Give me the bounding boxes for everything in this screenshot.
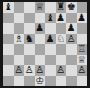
- square-a4[interactable]: [3, 44, 14, 55]
- white-pawn-icon[interactable]: ♙: [67, 34, 76, 45]
- square-f5[interactable]: ♘: [56, 34, 67, 45]
- white-pawn-icon[interactable]: ♙: [25, 65, 34, 76]
- square-e6[interactable]: [45, 23, 56, 34]
- square-d2[interactable]: ♙: [35, 65, 46, 76]
- square-d7[interactable]: [35, 13, 46, 24]
- square-a1[interactable]: [3, 76, 14, 87]
- square-b6[interactable]: [14, 23, 25, 34]
- black-bishop-icon[interactable]: ♝: [4, 2, 13, 13]
- square-b2[interactable]: ♙: [14, 65, 25, 76]
- square-c4[interactable]: [24, 44, 35, 55]
- square-a6[interactable]: [3, 23, 14, 34]
- square-g2[interactable]: [66, 65, 77, 76]
- square-h7[interactable]: ♟: [77, 13, 88, 24]
- square-f6[interactable]: [56, 23, 67, 34]
- square-e5[interactable]: ♟: [45, 34, 56, 45]
- square-g3[interactable]: [66, 55, 77, 66]
- square-d1[interactable]: ♔: [35, 76, 46, 87]
- square-h4[interactable]: ♖: [77, 44, 88, 55]
- white-king-icon[interactable]: ♔: [35, 76, 44, 87]
- black-rook-icon[interactable]: ♜: [56, 2, 65, 13]
- white-pawn-icon[interactable]: ♙: [56, 65, 65, 76]
- square-a5[interactable]: [3, 34, 14, 45]
- square-h5[interactable]: [77, 34, 88, 45]
- square-e7[interactable]: ♝: [45, 13, 56, 24]
- white-pawn-icon[interactable]: ♙: [14, 65, 23, 76]
- square-c1[interactable]: [24, 76, 35, 87]
- square-f2[interactable]: ♙: [56, 65, 67, 76]
- square-g6[interactable]: ♟: [66, 23, 77, 34]
- white-pawn-icon[interactable]: ♙: [77, 65, 86, 76]
- square-b7[interactable]: [14, 13, 25, 24]
- square-e1[interactable]: [45, 76, 56, 87]
- square-f4[interactable]: [56, 44, 67, 55]
- white-knight-icon[interactable]: ♘: [56, 34, 65, 45]
- square-h8[interactable]: [77, 2, 88, 13]
- square-e2[interactable]: [45, 65, 56, 76]
- square-e3[interactable]: [45, 55, 56, 66]
- square-g7[interactable]: [66, 13, 77, 24]
- square-h2[interactable]: ♙: [77, 65, 88, 76]
- square-f7[interactable]: ♟: [56, 13, 67, 24]
- chess-board: ♝♕♜♚♝♟♟♟♟♗♞♟♘♙♖♕♙♙♙♙♙♔: [3, 2, 87, 86]
- square-c3[interactable]: [24, 55, 35, 66]
- square-g1[interactable]: [66, 76, 77, 87]
- black-pawn-icon[interactable]: ♟: [46, 34, 55, 45]
- square-a7[interactable]: [3, 13, 14, 24]
- square-a8[interactable]: ♝: [3, 2, 14, 13]
- black-pawn-icon[interactable]: ♟: [77, 13, 86, 24]
- square-f1[interactable]: [56, 76, 67, 87]
- square-c6[interactable]: [24, 23, 35, 34]
- square-d3[interactable]: [35, 55, 46, 66]
- square-b8[interactable]: [14, 2, 25, 13]
- square-c7[interactable]: [24, 13, 35, 24]
- square-b1[interactable]: [14, 76, 25, 87]
- square-a2[interactable]: [3, 65, 14, 76]
- black-pawn-icon[interactable]: ♟: [35, 23, 44, 34]
- square-c2[interactable]: ♙: [24, 65, 35, 76]
- square-b4[interactable]: [14, 44, 25, 55]
- black-pawn-icon[interactable]: ♟: [56, 13, 65, 24]
- black-king-icon[interactable]: ♚: [67, 2, 76, 13]
- square-d6[interactable]: ♟: [35, 23, 46, 34]
- square-h1[interactable]: [77, 76, 88, 87]
- square-g8[interactable]: ♚: [66, 2, 77, 13]
- white-pawn-icon[interactable]: ♙: [35, 65, 44, 76]
- square-c5[interactable]: ♞: [24, 34, 35, 45]
- black-pawn-icon[interactable]: ♟: [67, 23, 76, 34]
- square-d4[interactable]: [35, 44, 46, 55]
- white-queen-icon[interactable]: ♕: [35, 2, 44, 13]
- square-h6[interactable]: [77, 23, 88, 34]
- square-g5[interactable]: ♙: [66, 34, 77, 45]
- black-bishop-icon[interactable]: ♝: [46, 13, 55, 24]
- white-bishop-icon[interactable]: ♗: [14, 34, 23, 45]
- square-h3[interactable]: ♕: [77, 55, 88, 66]
- square-e8[interactable]: [45, 2, 56, 13]
- square-d5[interactable]: [35, 34, 46, 45]
- square-a3[interactable]: [3, 55, 14, 66]
- square-f8[interactable]: ♜: [56, 2, 67, 13]
- square-c8[interactable]: [24, 2, 35, 13]
- square-g4[interactable]: [66, 44, 77, 55]
- board-frame: ♝♕♜♚♝♟♟♟♟♗♞♟♘♙♖♕♙♙♙♙♙♔: [0, 0, 90, 88]
- white-rook-icon[interactable]: ♖: [77, 44, 86, 55]
- black-knight-icon[interactable]: ♞: [25, 34, 34, 45]
- square-b5[interactable]: ♗: [14, 34, 25, 45]
- square-e4[interactable]: [45, 44, 56, 55]
- square-d8[interactable]: ♕: [35, 2, 46, 13]
- square-f3[interactable]: [56, 55, 67, 66]
- square-b3[interactable]: [14, 55, 25, 66]
- white-queen-icon[interactable]: ♕: [77, 55, 86, 66]
